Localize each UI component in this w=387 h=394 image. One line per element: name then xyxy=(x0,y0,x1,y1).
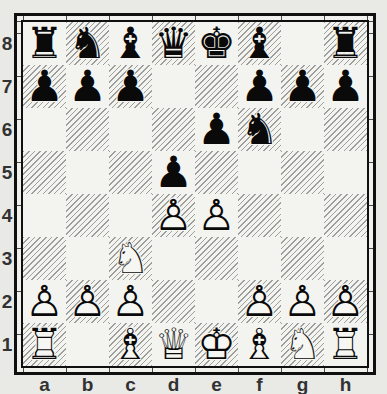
square-f4[interactable] xyxy=(238,194,281,237)
square-f5[interactable] xyxy=(238,151,281,194)
board-frame: ♜♞♝♛♚♝♜♟♟♟♟♟♟♟♞♟♟♙♟♙♞♘♟♙♟♙♟♙♟♙♟♙♟♙♜♖♝♗♛♕… xyxy=(14,13,376,375)
white-pawn: ♟♙ xyxy=(109,280,152,323)
piece-glyph: ♟ xyxy=(197,108,236,151)
square-e5[interactable] xyxy=(195,151,238,194)
square-f2[interactable]: ♟♙ xyxy=(238,280,281,323)
white-queen: ♛♕ xyxy=(152,323,195,366)
square-c2[interactable]: ♟♙ xyxy=(109,280,152,323)
black-rook: ♜ xyxy=(23,22,66,65)
square-b7[interactable]: ♟ xyxy=(66,65,109,108)
black-pawn: ♟ xyxy=(195,108,238,151)
square-b3[interactable] xyxy=(66,237,109,280)
file-label-b: b xyxy=(66,374,109,394)
square-c1[interactable]: ♝♗ xyxy=(109,323,152,366)
piece-outline: ♘ xyxy=(283,323,322,366)
piece-glyph: ♞ xyxy=(68,22,107,65)
square-a6[interactable] xyxy=(23,108,66,151)
square-b5[interactable] xyxy=(66,151,109,194)
square-e2[interactable] xyxy=(195,280,238,323)
square-h8[interactable]: ♜ xyxy=(324,22,367,65)
square-c3[interactable]: ♞♘ xyxy=(109,237,152,280)
piece-glyph: ♟ xyxy=(111,65,150,108)
square-a1[interactable]: ♜♖ xyxy=(23,323,66,366)
black-bishop: ♝ xyxy=(109,22,152,65)
black-knight: ♞ xyxy=(238,108,281,151)
file-label-h: h xyxy=(324,374,367,394)
square-g8[interactable] xyxy=(281,22,324,65)
white-pawn: ♟♙ xyxy=(281,280,324,323)
black-pawn: ♟ xyxy=(152,151,195,194)
piece-outline: ♙ xyxy=(326,280,365,323)
piece-outline: ♖ xyxy=(326,323,365,366)
square-a3[interactable] xyxy=(23,237,66,280)
piece-outline: ♙ xyxy=(25,280,64,323)
square-f6[interactable]: ♞ xyxy=(238,108,281,151)
white-pawn: ♟♙ xyxy=(238,280,281,323)
white-pawn: ♟♙ xyxy=(195,194,238,237)
square-g6[interactable] xyxy=(281,108,324,151)
piece-glyph: ♜ xyxy=(25,22,64,65)
piece-glyph: ♟ xyxy=(240,65,279,108)
square-d1[interactable]: ♛♕ xyxy=(152,323,195,366)
square-b4[interactable] xyxy=(66,194,109,237)
square-h6[interactable] xyxy=(324,108,367,151)
file-label-g: g xyxy=(281,374,324,394)
white-pawn: ♟♙ xyxy=(66,280,109,323)
square-h4[interactable] xyxy=(324,194,367,237)
square-a5[interactable] xyxy=(23,151,66,194)
square-g4[interactable] xyxy=(281,194,324,237)
square-g1[interactable]: ♞♘ xyxy=(281,323,324,366)
piece-glyph: ♟ xyxy=(154,151,193,194)
rank-label-4: 4 xyxy=(0,194,14,237)
rank-label-7: 7 xyxy=(0,65,14,108)
piece-glyph: ♟ xyxy=(326,65,365,108)
square-d6[interactable] xyxy=(152,108,195,151)
rank-label-6: 6 xyxy=(0,108,14,151)
square-d7[interactable] xyxy=(152,65,195,108)
piece-outline: ♘ xyxy=(111,237,150,280)
square-c8[interactable]: ♝ xyxy=(109,22,152,65)
black-pawn: ♟ xyxy=(66,65,109,108)
white-pawn: ♟♙ xyxy=(152,194,195,237)
rank-label-5: 5 xyxy=(0,151,14,194)
rank-label-2: 2 xyxy=(0,280,14,323)
square-f3[interactable] xyxy=(238,237,281,280)
square-d8[interactable]: ♛ xyxy=(152,22,195,65)
black-pawn: ♟ xyxy=(109,65,152,108)
square-g5[interactable] xyxy=(281,151,324,194)
file-label-e: e xyxy=(195,374,238,394)
piece-outline: ♕ xyxy=(154,323,193,366)
black-king: ♚ xyxy=(195,22,238,65)
square-d4[interactable]: ♟♙ xyxy=(152,194,195,237)
black-pawn: ♟ xyxy=(324,65,367,108)
piece-glyph: ♞ xyxy=(240,108,279,151)
square-f7[interactable]: ♟ xyxy=(238,65,281,108)
file-label-f: f xyxy=(238,374,281,394)
square-c6[interactable] xyxy=(109,108,152,151)
square-a8[interactable]: ♜ xyxy=(23,22,66,65)
square-g7[interactable]: ♟ xyxy=(281,65,324,108)
chess-diagram: 87654321 ♜♞♝♛♚♝♜♟♟♟♟♟♟♟♞♟♟♙♟♙♞♘♟♙♟♙♟♙♟♙♟… xyxy=(0,0,387,394)
piece-glyph: ♟ xyxy=(283,65,322,108)
square-a7[interactable]: ♟ xyxy=(23,65,66,108)
white-rook: ♜♖ xyxy=(23,323,66,366)
piece-outline: ♔ xyxy=(197,323,236,366)
piece-outline: ♖ xyxy=(25,323,64,366)
black-queen: ♛ xyxy=(152,22,195,65)
square-d3[interactable] xyxy=(152,237,195,280)
piece-outline: ♗ xyxy=(240,323,279,366)
square-f1[interactable]: ♝♗ xyxy=(238,323,281,366)
square-f8[interactable]: ♝ xyxy=(238,22,281,65)
chess-board: ♜♞♝♛♚♝♜♟♟♟♟♟♟♟♞♟♟♙♟♙♞♘♟♙♟♙♟♙♟♙♟♙♟♙♜♖♝♗♛♕… xyxy=(21,20,369,368)
white-pawn: ♟♙ xyxy=(324,280,367,323)
square-d5[interactable]: ♟ xyxy=(152,151,195,194)
white-king: ♚♔ xyxy=(195,323,238,366)
black-knight: ♞ xyxy=(66,22,109,65)
white-pawn: ♟♙ xyxy=(23,280,66,323)
square-a2[interactable]: ♟♙ xyxy=(23,280,66,323)
white-rook: ♜♖ xyxy=(324,323,367,366)
square-b2[interactable]: ♟♙ xyxy=(66,280,109,323)
rank-label-3: 3 xyxy=(0,237,14,280)
square-h7[interactable]: ♟ xyxy=(324,65,367,108)
square-g3[interactable] xyxy=(281,237,324,280)
piece-glyph: ♚ xyxy=(197,22,236,65)
file-label-c: c xyxy=(109,374,152,394)
square-c7[interactable]: ♟ xyxy=(109,65,152,108)
black-bishop: ♝ xyxy=(238,22,281,65)
piece-outline: ♙ xyxy=(154,194,193,237)
square-b6[interactable] xyxy=(66,108,109,151)
square-e8[interactable]: ♚ xyxy=(195,22,238,65)
piece-outline: ♗ xyxy=(111,323,150,366)
piece-outline: ♙ xyxy=(111,280,150,323)
piece-outline: ♙ xyxy=(240,280,279,323)
black-rook: ♜ xyxy=(324,22,367,65)
piece-glyph: ♟ xyxy=(25,65,64,108)
square-c4[interactable] xyxy=(109,194,152,237)
rank-label-8: 8 xyxy=(0,22,14,65)
square-h2[interactable]: ♟♙ xyxy=(324,280,367,323)
piece-outline: ♙ xyxy=(197,194,236,237)
white-bishop: ♝♗ xyxy=(109,323,152,366)
black-pawn: ♟ xyxy=(23,65,66,108)
square-e4[interactable]: ♟♙ xyxy=(195,194,238,237)
black-pawn: ♟ xyxy=(281,65,324,108)
square-d2[interactable] xyxy=(152,280,195,323)
square-e3[interactable] xyxy=(195,237,238,280)
square-g2[interactable]: ♟♙ xyxy=(281,280,324,323)
piece-glyph: ♟ xyxy=(68,65,107,108)
rank-labels: 87654321 xyxy=(0,22,14,366)
square-e1[interactable]: ♚♔ xyxy=(195,323,238,366)
square-b1[interactable] xyxy=(66,323,109,366)
white-bishop: ♝♗ xyxy=(238,323,281,366)
piece-glyph: ♛ xyxy=(154,22,193,65)
piece-glyph: ♝ xyxy=(111,22,150,65)
file-labels: abcdefgh xyxy=(23,374,367,394)
piece-glyph: ♝ xyxy=(240,22,279,65)
square-h1[interactable]: ♜♖ xyxy=(324,323,367,366)
square-h5[interactable] xyxy=(324,151,367,194)
piece-outline: ♙ xyxy=(283,280,322,323)
piece-glyph: ♜ xyxy=(326,22,365,65)
square-e6[interactable]: ♟ xyxy=(195,108,238,151)
rank-label-1: 1 xyxy=(0,323,14,366)
white-knight: ♞♘ xyxy=(109,237,152,280)
black-pawn: ♟ xyxy=(238,65,281,108)
square-e7[interactable] xyxy=(195,65,238,108)
square-b8[interactable]: ♞ xyxy=(66,22,109,65)
square-c5[interactable] xyxy=(109,151,152,194)
square-h3[interactable] xyxy=(324,237,367,280)
white-knight: ♞♘ xyxy=(281,323,324,366)
file-label-d: d xyxy=(152,374,195,394)
file-label-a: a xyxy=(23,374,66,394)
piece-outline: ♙ xyxy=(68,280,107,323)
square-a4[interactable] xyxy=(23,194,66,237)
